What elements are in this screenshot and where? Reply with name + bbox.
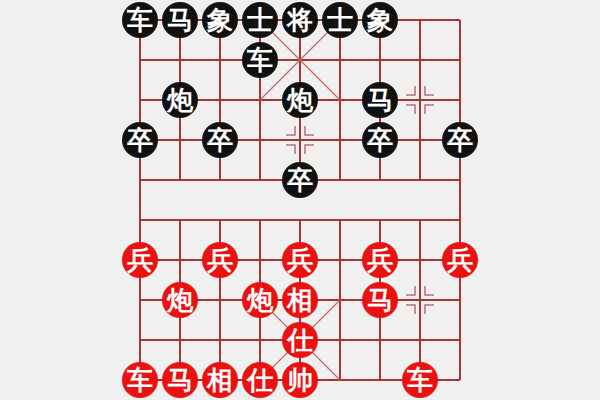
piece-red-general[interactable]: 帅 <box>282 362 318 398</box>
piece-red-soldier[interactable]: 兵 <box>442 242 478 278</box>
piece-black-advisor[interactable]: 士 <box>322 2 358 38</box>
piece-black-horse[interactable]: 马 <box>162 2 198 38</box>
piece-red-soldier[interactable]: 兵 <box>202 242 238 278</box>
piece-red-rook[interactable]: 车 <box>122 362 158 398</box>
piece-red-horse[interactable]: 马 <box>162 362 198 398</box>
piece-black-cannon[interactable]: 炮 <box>162 82 198 118</box>
piece-black-cannon[interactable]: 炮 <box>282 82 318 118</box>
piece-red-rook[interactable]: 车 <box>402 362 438 398</box>
piece-red-elephant[interactable]: 相 <box>202 362 238 398</box>
piece-black-soldier[interactable]: 卒 <box>282 162 318 198</box>
piece-red-advisor[interactable]: 仕 <box>282 322 318 358</box>
piece-red-soldier[interactable]: 兵 <box>122 242 158 278</box>
pieces-layer: 车马象士将士象车炮炮马卒卒卒卒卒兵兵兵兵兵炮炮相马仕车马相仕帅车 <box>120 0 480 400</box>
piece-black-soldier[interactable]: 卒 <box>202 122 238 158</box>
piece-red-horse[interactable]: 马 <box>362 282 398 318</box>
piece-red-cannon[interactable]: 炮 <box>242 282 278 318</box>
piece-black-elephant[interactable]: 象 <box>202 2 238 38</box>
piece-black-horse[interactable]: 马 <box>362 82 398 118</box>
piece-black-general[interactable]: 将 <box>282 2 318 38</box>
piece-black-rook[interactable]: 车 <box>242 42 278 78</box>
piece-red-advisor[interactable]: 仕 <box>242 362 278 398</box>
piece-red-soldier[interactable]: 兵 <box>282 242 318 278</box>
piece-black-soldier[interactable]: 卒 <box>442 122 478 158</box>
piece-red-soldier[interactable]: 兵 <box>362 242 398 278</box>
piece-red-elephant[interactable]: 相 <box>282 282 318 318</box>
piece-black-soldier[interactable]: 卒 <box>362 122 398 158</box>
piece-black-elephant[interactable]: 象 <box>362 2 398 38</box>
piece-black-rook[interactable]: 车 <box>122 2 158 38</box>
piece-black-soldier[interactable]: 卒 <box>122 122 158 158</box>
piece-red-cannon[interactable]: 炮 <box>162 282 198 318</box>
xiangqi-board: 车马象士将士象车炮炮马卒卒卒卒卒兵兵兵兵兵炮炮相马仕车马相仕帅车 <box>0 0 600 400</box>
piece-black-advisor[interactable]: 士 <box>242 2 278 38</box>
